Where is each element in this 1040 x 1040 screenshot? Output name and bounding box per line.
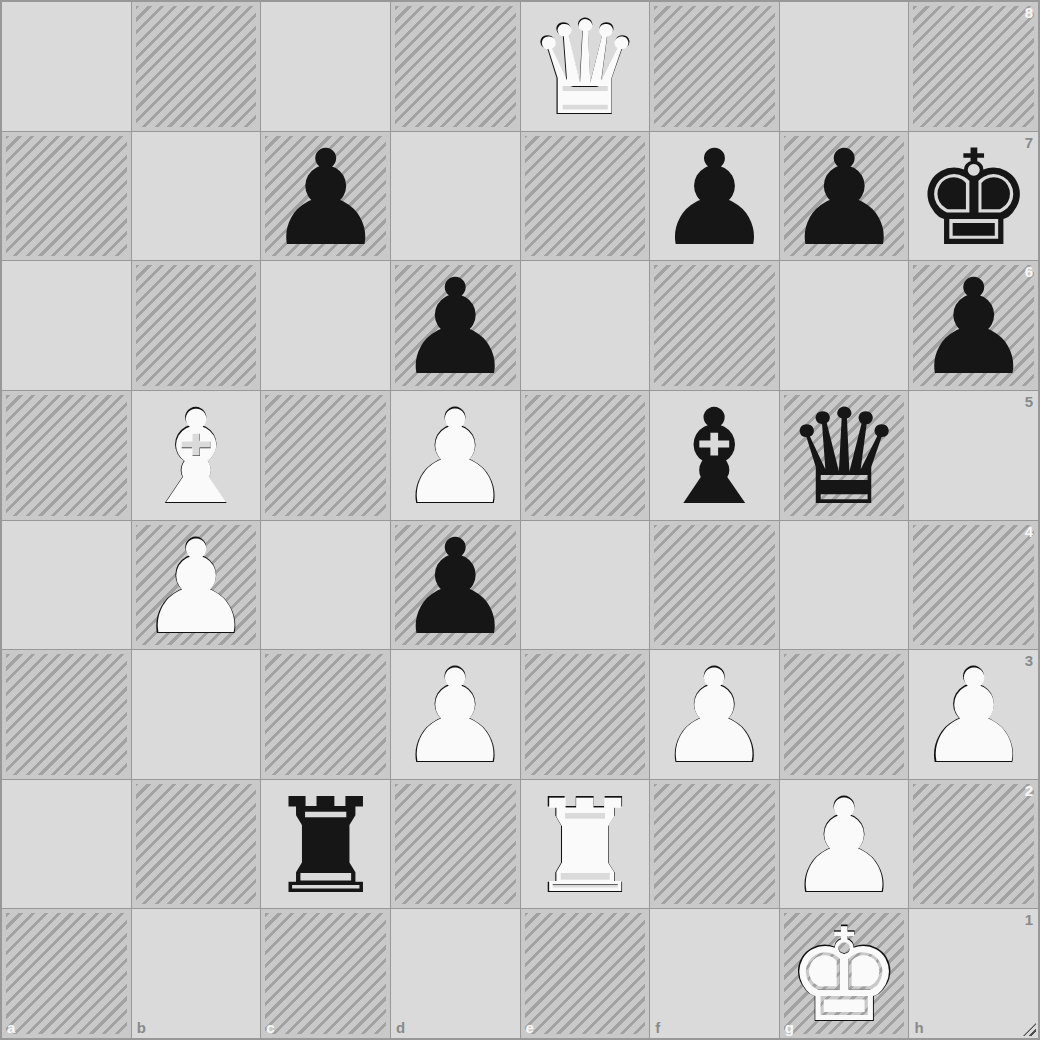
square-c1[interactable]: c: [261, 909, 390, 1038]
square-h6[interactable]: ♟6: [909, 261, 1038, 390]
white-pawn-fill: ♟: [787, 782, 902, 909]
square-d5[interactable]: ♟♙: [391, 391, 520, 520]
piece-white-pawn[interactable]: ♟♙: [780, 780, 909, 909]
white-pawn-fill: ♟: [398, 393, 513, 520]
piece-white-pawn[interactable]: ♟♙: [132, 521, 261, 650]
rank-label-1: 1: [1025, 911, 1033, 928]
square-f7[interactable]: ♟: [650, 132, 779, 261]
square-h4[interactable]: 4: [909, 521, 1038, 650]
square-f8[interactable]: [650, 2, 779, 131]
square-b2[interactable]: [132, 780, 261, 909]
square-h2[interactable]: 2: [909, 780, 1038, 909]
square-d2[interactable]: [391, 780, 520, 909]
square-a3[interactable]: [2, 650, 131, 779]
square-b5[interactable]: ♝♗: [132, 391, 261, 520]
black-pawn-icon: ♟: [266, 132, 384, 261]
white-pawn-fill: ♟: [139, 522, 254, 649]
square-e2[interactable]: ♜♖: [521, 780, 650, 909]
square-g3[interactable]: [780, 650, 909, 779]
piece-black-queen[interactable]: ♛: [780, 391, 909, 520]
piece-white-pawn[interactable]: ♟♙: [391, 391, 520, 520]
file-label-f: f: [655, 1019, 660, 1036]
square-c6[interactable]: [261, 261, 390, 390]
rank-label-4: 4: [1025, 523, 1033, 540]
square-c7[interactable]: ♟: [261, 132, 390, 261]
piece-white-king[interactable]: ♚♔: [780, 909, 909, 1038]
file-label-c: c: [266, 1019, 274, 1036]
square-g6[interactable]: [780, 261, 909, 390]
square-a4[interactable]: [2, 521, 131, 650]
square-b1[interactable]: b: [132, 909, 261, 1038]
file-label-a: a: [7, 1019, 15, 1036]
piece-black-rook[interactable]: ♜: [261, 780, 390, 909]
black-pawn-icon: ♟: [396, 261, 514, 390]
square-g7[interactable]: ♟: [780, 132, 909, 261]
piece-black-pawn[interactable]: ♟: [909, 261, 1038, 390]
square-f2[interactable]: [650, 780, 779, 909]
square-c4[interactable]: [261, 521, 390, 650]
piece-black-pawn[interactable]: ♟: [650, 132, 779, 261]
piece-black-king[interactable]: ♚: [909, 132, 1038, 261]
black-king-icon: ♚: [915, 132, 1033, 261]
square-f3[interactable]: ♟♙: [650, 650, 779, 779]
piece-white-pawn[interactable]: ♟♙: [650, 650, 779, 779]
square-c8[interactable]: [261, 2, 390, 131]
square-f1[interactable]: f: [650, 909, 779, 1038]
square-c3[interactable]: [261, 650, 390, 779]
black-rook-icon: ♜: [266, 780, 384, 909]
square-e3[interactable]: [521, 650, 650, 779]
piece-black-pawn[interactable]: ♟: [261, 132, 390, 261]
square-h1[interactable]: h1: [909, 909, 1038, 1038]
square-e5[interactable]: [521, 391, 650, 520]
file-label-d: d: [396, 1019, 405, 1036]
square-a8[interactable]: [2, 2, 131, 131]
rank-label-7: 7: [1025, 134, 1033, 151]
piece-white-pawn[interactable]: ♟♙: [909, 650, 1038, 779]
square-g2[interactable]: ♟♙: [780, 780, 909, 909]
square-d6[interactable]: ♟: [391, 261, 520, 390]
piece-white-pawn[interactable]: ♟♙: [391, 650, 520, 779]
square-d8[interactable]: [391, 2, 520, 131]
square-e4[interactable]: [521, 521, 650, 650]
square-c2[interactable]: ♜: [261, 780, 390, 909]
white-rook-fill: ♜: [527, 782, 642, 909]
piece-white-queen[interactable]: ♛♕: [521, 2, 650, 131]
square-a6[interactable]: [2, 261, 131, 390]
square-c5[interactable]: [261, 391, 390, 520]
square-b4[interactable]: ♟♙: [132, 521, 261, 650]
square-b3[interactable]: [132, 650, 261, 779]
black-bishop-icon: ♝: [655, 391, 773, 520]
white-pawn-fill: ♟: [657, 652, 772, 779]
square-h3[interactable]: ♟♙3: [909, 650, 1038, 779]
square-g4[interactable]: [780, 521, 909, 650]
square-f6[interactable]: [650, 261, 779, 390]
file-label-h: h: [914, 1019, 923, 1036]
square-f5[interactable]: ♝: [650, 391, 779, 520]
black-pawn-icon: ♟: [785, 132, 903, 261]
square-a1[interactable]: a: [2, 909, 131, 1038]
square-d7[interactable]: [391, 132, 520, 261]
black-pawn-icon: ♟: [396, 521, 514, 650]
white-pawn-fill: ♟: [398, 652, 513, 779]
rank-label-5: 5: [1025, 393, 1033, 410]
rank-label-6: 6: [1025, 263, 1033, 280]
rank-label-3: 3: [1025, 652, 1033, 669]
square-e7[interactable]: [521, 132, 650, 261]
white-queen-fill: ♛: [527, 4, 642, 131]
square-e6[interactable]: [521, 261, 650, 390]
piece-black-pawn[interactable]: ♟: [391, 261, 520, 390]
file-label-e: e: [526, 1019, 534, 1036]
white-king-fill: ♚: [787, 911, 902, 1038]
resize-grip-icon[interactable]: [1023, 1023, 1036, 1036]
black-queen-icon: ♛: [785, 391, 903, 520]
white-bishop-fill: ♝: [139, 393, 254, 520]
square-a2[interactable]: [2, 780, 131, 909]
square-f4[interactable]: [650, 521, 779, 650]
file-label-b: b: [137, 1019, 146, 1036]
piece-black-pawn[interactable]: ♟: [780, 132, 909, 261]
square-e8[interactable]: ♛♕: [521, 2, 650, 131]
square-b6[interactable]: [132, 261, 261, 390]
square-g8[interactable]: [780, 2, 909, 131]
piece-white-rook[interactable]: ♜♖: [521, 780, 650, 909]
piece-black-pawn[interactable]: ♟: [391, 521, 520, 650]
square-b7[interactable]: [132, 132, 261, 261]
white-pawn-fill: ♟: [916, 652, 1031, 779]
black-pawn-icon: ♟: [655, 132, 773, 261]
square-h7[interactable]: ♚7: [909, 132, 1038, 261]
square-a7[interactable]: [2, 132, 131, 261]
square-d3[interactable]: ♟♙: [391, 650, 520, 779]
square-d1[interactable]: d: [391, 909, 520, 1038]
piece-white-bishop[interactable]: ♝♗: [132, 391, 261, 520]
square-e1[interactable]: e: [521, 909, 650, 1038]
rank-label-2: 2: [1025, 782, 1033, 799]
square-h8[interactable]: 8: [909, 2, 1038, 131]
piece-black-bishop[interactable]: ♝: [650, 391, 779, 520]
square-d4[interactable]: ♟: [391, 521, 520, 650]
file-label-g: g: [785, 1019, 794, 1036]
square-b8[interactable]: [132, 2, 261, 131]
square-h5[interactable]: 5: [909, 391, 1038, 520]
square-g1[interactable]: ♚♔g: [780, 909, 909, 1038]
black-pawn-icon: ♟: [915, 261, 1033, 390]
rank-label-8: 8: [1025, 4, 1033, 21]
chess-board: ♛♕8♟♟♟♚7♟♟6♝♗♟♙♝♛5♟♙♟4♟♙♟♙♟♙3♜♜♖♟♙2abcde…: [0, 0, 1040, 1040]
square-a5[interactable]: [2, 391, 131, 520]
square-g5[interactable]: ♛: [780, 391, 909, 520]
